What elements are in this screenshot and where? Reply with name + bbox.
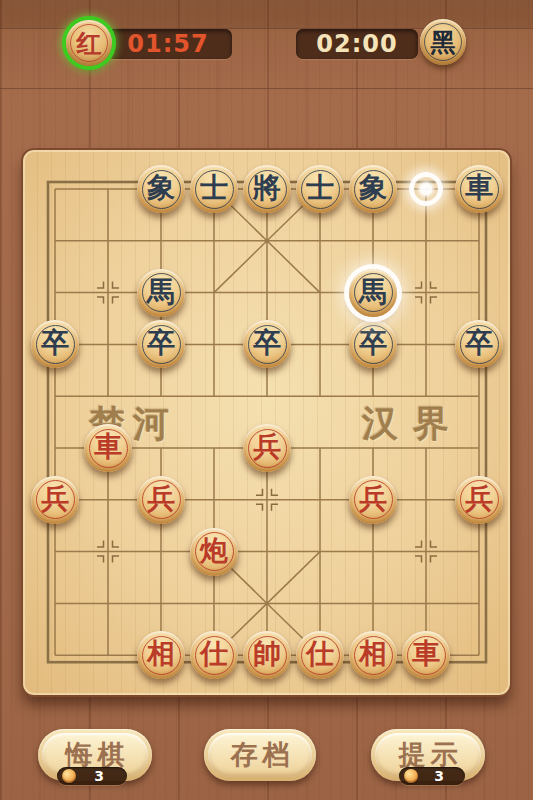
- piece-glyph: 車: [465, 174, 493, 202]
- piece-glyph: 馬: [359, 278, 387, 306]
- red-player-label: 红: [77, 27, 102, 60]
- piece-glyph: 士: [306, 174, 334, 202]
- river-text-right: 汉界: [362, 404, 464, 444]
- piece-glyph: 卒: [147, 329, 175, 357]
- piece-glyph: 卒: [253, 329, 281, 357]
- coin-icon: [404, 769, 418, 783]
- undo-count: 3: [76, 769, 122, 783]
- piece-glyph: 相: [147, 640, 175, 668]
- piece-glyph: 車: [94, 433, 122, 461]
- undo-count-badge: 3: [57, 767, 127, 785]
- black-player-indicator-piece: 黑: [420, 19, 466, 65]
- red-timer: 01:57: [104, 29, 232, 59]
- piece-glyph: 車: [412, 640, 440, 668]
- piece-black-象-f2r0[interactable]: 象: [137, 165, 185, 213]
- piece-black-馬-f6r2[interactable]: 馬: [349, 269, 397, 317]
- piece-red-兵-f2r6[interactable]: 兵: [137, 476, 185, 524]
- piece-glyph: 士: [200, 174, 228, 202]
- hint-count: 3: [418, 769, 460, 783]
- piece-red-兵-f0r6[interactable]: 兵: [31, 476, 79, 524]
- piece-glyph: 兵: [359, 485, 387, 513]
- piece-red-仕-f3r9[interactable]: 仕: [190, 631, 238, 679]
- piece-black-馬-f2r2[interactable]: 馬: [137, 269, 185, 317]
- plank-seam: [0, 88, 533, 90]
- piece-red-兵-f8r6[interactable]: 兵: [455, 476, 503, 524]
- piece-glyph: 卒: [465, 329, 493, 357]
- piece-glyph: 炮: [200, 537, 228, 565]
- piece-glyph: 馬: [147, 278, 175, 306]
- coin-icon: [62, 769, 76, 783]
- piece-red-帥-f4r9[interactable]: 帥: [243, 631, 291, 679]
- red-timer-value: 01:57: [127, 30, 208, 58]
- piece-glyph: 兵: [147, 485, 175, 513]
- piece-glyph: 兵: [253, 433, 281, 461]
- black-timer: 02:00: [296, 29, 418, 59]
- piece-glyph: 相: [359, 640, 387, 668]
- xiangqi-app: 01:57 红 02:00 黑 楚河 汉界 象士將士象車馬馬卒卒卒卒卒車兵兵兵兵…: [0, 0, 533, 800]
- black-timer-value: 02:00: [316, 30, 397, 58]
- red-player-indicator-piece: 红: [66, 20, 112, 66]
- piece-red-車-f1r5[interactable]: 車: [84, 424, 132, 472]
- piece-red-相-f2r9[interactable]: 相: [137, 631, 185, 679]
- piece-black-將-f4r0[interactable]: 將: [243, 165, 291, 213]
- piece-red-車-f7r9[interactable]: 車: [402, 631, 450, 679]
- piece-red-相-f6r9[interactable]: 相: [349, 631, 397, 679]
- piece-black-象-f6r0[interactable]: 象: [349, 165, 397, 213]
- piece-red-兵-f4r5[interactable]: 兵: [243, 424, 291, 472]
- save-button-label: 存档: [208, 733, 312, 777]
- hint-count-badge: 3: [399, 767, 465, 785]
- piece-glyph: 仕: [306, 640, 334, 668]
- piece-glyph: 兵: [41, 485, 69, 513]
- piece-glyph: 卒: [359, 329, 387, 357]
- piece-glyph: 帥: [253, 640, 281, 668]
- piece-glyph: 將: [253, 174, 281, 202]
- piece-red-仕-f5r9[interactable]: 仕: [296, 631, 344, 679]
- save-button[interactable]: 存档: [204, 729, 316, 781]
- piece-red-炮-f3r7[interactable]: 炮: [190, 528, 238, 576]
- piece-glyph: 卒: [41, 329, 69, 357]
- piece-glyph: 仕: [200, 640, 228, 668]
- piece-black-士-f3r0[interactable]: 士: [190, 165, 238, 213]
- piece-black-士-f5r0[interactable]: 士: [296, 165, 344, 213]
- piece-red-兵-f6r6[interactable]: 兵: [349, 476, 397, 524]
- last-move-origin-marker: [409, 172, 443, 206]
- piece-glyph: 象: [359, 174, 387, 202]
- piece-black-車-f8r0[interactable]: 車: [455, 165, 503, 213]
- black-player-label: 黑: [431, 26, 456, 59]
- piece-glyph: 象: [147, 174, 175, 202]
- piece-glyph: 兵: [465, 485, 493, 513]
